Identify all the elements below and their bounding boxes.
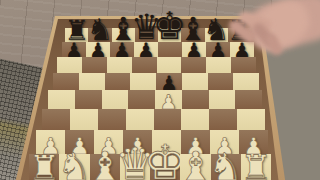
square-d3	[126, 109, 154, 130]
board-rank-7: ♟♟♟♟♟♟♟	[62, 42, 254, 57]
square-e6	[157, 57, 182, 73]
square-e3	[154, 109, 182, 130]
square-f2: ♟	[181, 130, 210, 154]
square-b6	[82, 57, 107, 73]
square-d8: ♛	[135, 28, 158, 42]
square-f6	[181, 57, 206, 73]
square-g2: ♟	[210, 130, 239, 154]
square-g6	[206, 57, 231, 73]
square-f7: ♟	[182, 42, 206, 57]
square-h3	[237, 109, 265, 130]
square-a7: ♟	[62, 42, 86, 57]
board-rank-6	[57, 57, 256, 73]
square-d5	[130, 73, 156, 90]
square-b1: ♞	[59, 154, 89, 180]
square-g4	[209, 90, 236, 109]
square-h2: ♟	[239, 130, 268, 154]
board-rank-4: ♟	[48, 90, 262, 109]
square-e8: ♚	[158, 28, 181, 42]
square-e4: ♟	[155, 90, 182, 109]
square-d4	[128, 90, 155, 109]
square-h5	[233, 73, 259, 90]
square-a5	[53, 73, 79, 90]
square-b4	[75, 90, 102, 109]
square-c7: ♟	[110, 42, 134, 57]
square-g5	[208, 73, 234, 90]
square-b2: ♟	[65, 130, 94, 154]
board-rank-2: ♟♟♟♟♟♟♟	[36, 130, 268, 154]
square-c6	[107, 57, 132, 73]
square-a4	[48, 90, 75, 109]
board-maker-sticker	[147, 22, 161, 26]
square-f1: ♝	[180, 154, 210, 180]
square-h4	[235, 90, 262, 109]
square-h6	[231, 57, 256, 73]
square-f3	[181, 109, 209, 130]
board-rank-1: ♜♞♝♛♚♝♞♜	[29, 154, 271, 180]
square-d1: ♛	[120, 154, 150, 180]
scene: ♜♞♝♛♚♝♞♜♟♟♟♟♟♟♟♟♟♟♟♟♟♟♟♟♜♞♝♛♚♝♞♜	[0, 0, 320, 180]
square-e5: ♟	[156, 73, 182, 90]
square-e7	[158, 42, 182, 57]
square-a3	[42, 109, 70, 130]
square-c8: ♝	[112, 28, 135, 42]
square-c5	[105, 73, 131, 90]
square-f5	[182, 73, 208, 90]
square-f8: ♝	[181, 28, 204, 42]
square-h8: ♜	[228, 28, 251, 42]
square-d7: ♟	[134, 42, 158, 57]
white-rook-h1: ♜	[240, 151, 271, 180]
square-b3	[70, 109, 98, 130]
board-rank-5: ♟	[53, 73, 259, 90]
square-a1: ♜	[29, 154, 59, 180]
square-b5	[79, 73, 105, 90]
square-h7: ♟	[230, 42, 254, 57]
square-g1: ♞	[211, 154, 241, 180]
square-e2	[152, 130, 181, 154]
square-g7: ♟	[206, 42, 230, 57]
board-rank-3	[42, 109, 265, 130]
square-c2: ♟	[94, 130, 123, 154]
square-d2: ♟	[123, 130, 152, 154]
board-rank-8: ♜♞♝♛♚♝♞♜	[65, 28, 251, 42]
square-c1: ♝	[90, 154, 120, 180]
square-c3	[98, 109, 126, 130]
white-rook-a1: ♜	[28, 151, 59, 180]
square-g3	[209, 109, 237, 130]
square-e1: ♚	[150, 154, 180, 180]
square-f4	[182, 90, 209, 109]
square-a6	[57, 57, 82, 73]
square-g8: ♞	[205, 28, 228, 42]
square-b7: ♟	[86, 42, 110, 57]
square-a2: ♟	[36, 130, 65, 154]
square-a8: ♜	[65, 28, 88, 42]
square-c4	[102, 90, 129, 109]
square-h1: ♜	[241, 154, 271, 180]
square-d6	[132, 57, 157, 73]
square-b8: ♞	[88, 28, 111, 42]
